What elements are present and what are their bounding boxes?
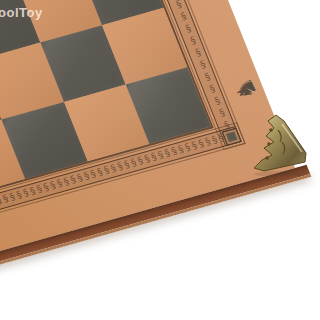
product-photo-stage: §§§§§§§§§§§§§§§§§§§§§§§§§§§§§§§§§§§§§§§§… <box>0 0 320 320</box>
watermark: oolToy <box>0 5 43 20</box>
corner-protector-icon <box>246 108 310 176</box>
border-strip-bottom: §§§§§§§§§§§§§§§§§§§§§§§§§§§§§§§§§§§§§§§§… <box>0 126 242 294</box>
knight-stamp-icon: ♞ <box>227 73 263 106</box>
border-strip-right: §§§§§§§§§§§§§§§§§§§§§§§§§§§§§§§§§§§§§§§§… <box>18 0 242 146</box>
